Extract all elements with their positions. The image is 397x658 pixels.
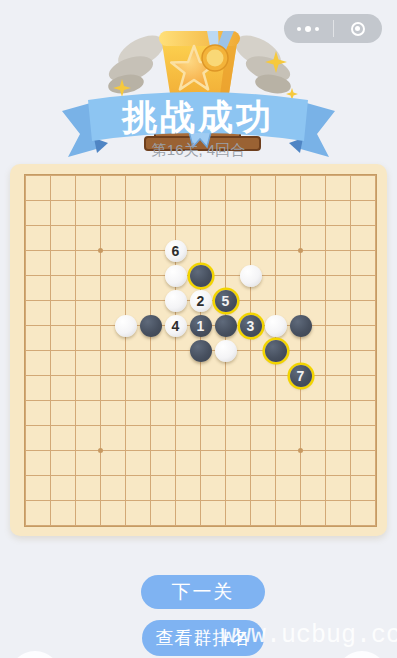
stone-white (265, 315, 287, 337)
stone-white-move-4: 4 (165, 315, 187, 337)
banner-title: 挑战成功 (121, 97, 274, 136)
star-point (298, 248, 303, 253)
partial-circle-button-left[interactable] (9, 651, 61, 658)
board-grid: 6254137 (25, 175, 376, 526)
partial-circle-button-right[interactable] (336, 651, 388, 658)
stone-white (165, 290, 187, 312)
stone-white-move-2: 2 (190, 290, 212, 312)
stone-white (240, 265, 262, 287)
stone-black-move-3: 3 (240, 315, 262, 337)
stone-black (215, 315, 237, 337)
stone-black-move-1: 1 (190, 315, 212, 337)
stone-white-move-6: 6 (165, 240, 187, 262)
stone-black (140, 315, 162, 337)
stone-black-move-7: 7 (290, 365, 312, 387)
stone-white (165, 265, 187, 287)
stone-black (265, 340, 287, 362)
star-point (98, 248, 103, 253)
stone-white (215, 340, 237, 362)
level-subtitle: 第16关, 4回合 (0, 141, 397, 160)
next-level-button[interactable]: 下一关 (141, 575, 265, 609)
stone-black (190, 265, 212, 287)
stone-black-move-5: 5 (215, 290, 237, 312)
watermark-text: www.ucbug.cc (221, 621, 397, 650)
stone-black (290, 315, 312, 337)
gomoku-board: 6254137 (10, 164, 387, 536)
stone-white (115, 315, 137, 337)
star-point (298, 448, 303, 453)
star-point (98, 448, 103, 453)
stone-black (190, 340, 212, 362)
